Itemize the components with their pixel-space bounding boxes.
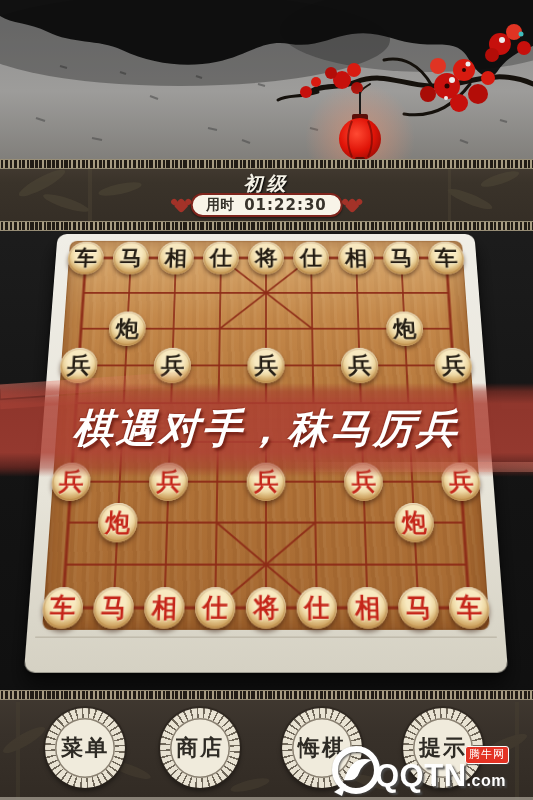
watermark-brand-text: QQTN [375, 758, 467, 793]
shop-button-label: 商店 [170, 718, 230, 778]
meander-border [0, 159, 533, 169]
timer-label: 用时 [206, 196, 234, 214]
shop-button[interactable]: 商店 [160, 708, 240, 788]
screen: 楚河汉界 车马相仕将仕相马车炮炮兵兵兵兵兵兵兵兵兵兵炮炮车马相仕将仕相马车 初级… [0, 0, 533, 800]
ink-wash-scene [0, 0, 533, 166]
slogan-text: 棋遇对手，秣马厉兵 [0, 401, 533, 456]
menu-button[interactable]: 菜单 [45, 708, 125, 788]
piece-black-a-f5-r0[interactable]: 仕 [293, 242, 329, 275]
meander-border [0, 221, 533, 231]
qqtn-watermark: QQTN.com 腾牛网 [328, 736, 533, 800]
top-banner: 初级 用时 01:22:30 [0, 159, 533, 231]
piece-black-k-f4-r0[interactable]: 将 [248, 242, 284, 275]
piece-black-b-f6-r0[interactable]: 相 [338, 242, 375, 275]
watermark-suffix: .com [467, 772, 506, 789]
ornament-left-icon [173, 197, 189, 213]
timer-value: 01:22:30 [244, 196, 327, 214]
slogan-banner: 棋遇对手，秣马厉兵 [0, 383, 533, 477]
piece-black-a-f3-r0[interactable]: 仕 [203, 242, 239, 275]
watermark-badge: 腾牛网 [465, 746, 509, 764]
meander-border [0, 690, 533, 700]
piece-black-p-f4-r3[interactable]: 兵 [247, 348, 284, 383]
piece-black-p-f6-r3[interactable]: 兵 [341, 348, 379, 383]
piece-red-a-f5-r9[interactable]: 仕 [296, 587, 337, 629]
piece-black-n-f7-r0[interactable]: 马 [383, 242, 420, 275]
piece-red-k-f4-r9[interactable]: 将 [246, 587, 286, 629]
piece-red-b-f6-r9[interactable]: 相 [347, 587, 389, 629]
ornament-right-icon [345, 197, 361, 213]
menu-button-label: 菜单 [55, 718, 115, 778]
timer: 用时 01:22:30 [190, 193, 343, 217]
